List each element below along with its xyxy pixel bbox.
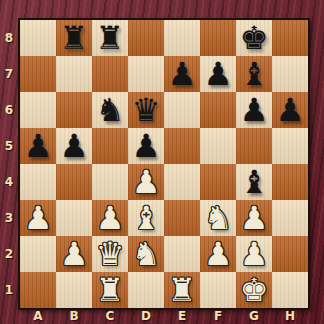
square-g6[interactable]: ♟ bbox=[236, 92, 272, 128]
square-b8[interactable]: ♜ bbox=[56, 20, 92, 56]
file-label-d: D bbox=[128, 309, 164, 323]
white-rook-c1[interactable]: ♜ bbox=[92, 272, 128, 308]
square-d6[interactable]: ♛ bbox=[128, 92, 164, 128]
black-king-g8[interactable]: ♚ bbox=[236, 20, 272, 56]
square-b4[interactable] bbox=[56, 164, 92, 200]
black-knight-c6[interactable]: ♞ bbox=[92, 92, 128, 128]
white-pawn-a3[interactable]: ♟ bbox=[20, 200, 56, 236]
square-f5[interactable] bbox=[200, 128, 236, 164]
white-bishop-d3[interactable]: ♝ bbox=[128, 200, 164, 236]
square-g1[interactable]: ♚ bbox=[236, 272, 272, 308]
square-g7[interactable]: ♝ bbox=[236, 56, 272, 92]
square-f8[interactable] bbox=[200, 20, 236, 56]
black-bishop-g4[interactable]: ♝ bbox=[236, 164, 272, 200]
file-label-f: F bbox=[200, 309, 236, 323]
square-c6[interactable]: ♞ bbox=[92, 92, 128, 128]
square-e3[interactable] bbox=[164, 200, 200, 236]
square-g2[interactable]: ♟ bbox=[236, 236, 272, 272]
black-queen-d6[interactable]: ♛ bbox=[128, 92, 164, 128]
square-a5[interactable]: ♟ bbox=[20, 128, 56, 164]
white-rook-e1[interactable]: ♜ bbox=[164, 272, 200, 308]
black-pawn-e7[interactable]: ♟ bbox=[164, 56, 200, 92]
square-d3[interactable]: ♝ bbox=[128, 200, 164, 236]
square-e4[interactable] bbox=[164, 164, 200, 200]
file-label-h: H bbox=[272, 309, 308, 323]
square-b6[interactable] bbox=[56, 92, 92, 128]
square-d5[interactable]: ♟ bbox=[128, 128, 164, 164]
square-c3[interactable]: ♟ bbox=[92, 200, 128, 236]
square-f3[interactable]: ♞ bbox=[200, 200, 236, 236]
square-b7[interactable] bbox=[56, 56, 92, 92]
square-h4[interactable] bbox=[272, 164, 308, 200]
square-e2[interactable] bbox=[164, 236, 200, 272]
white-pawn-d4[interactable]: ♟ bbox=[128, 164, 164, 200]
square-d4[interactable]: ♟ bbox=[128, 164, 164, 200]
square-e1[interactable]: ♜ bbox=[164, 272, 200, 308]
white-pawn-b2[interactable]: ♟ bbox=[56, 236, 92, 272]
square-h2[interactable] bbox=[272, 236, 308, 272]
square-d7[interactable] bbox=[128, 56, 164, 92]
square-e8[interactable] bbox=[164, 20, 200, 56]
rank-label-5: 5 bbox=[0, 128, 18, 164]
white-king-g1[interactable]: ♚ bbox=[236, 272, 272, 308]
square-a7[interactable] bbox=[20, 56, 56, 92]
square-f2[interactable]: ♟ bbox=[200, 236, 236, 272]
square-a8[interactable] bbox=[20, 20, 56, 56]
black-bishop-g7[interactable]: ♝ bbox=[236, 56, 272, 92]
white-pawn-g2[interactable]: ♟ bbox=[236, 236, 272, 272]
square-b3[interactable] bbox=[56, 200, 92, 236]
square-h3[interactable] bbox=[272, 200, 308, 236]
white-queen-c2[interactable]: ♛ bbox=[92, 236, 128, 272]
rank-label-8: 8 bbox=[0, 20, 18, 56]
rank-label-3: 3 bbox=[0, 200, 18, 236]
square-d1[interactable] bbox=[128, 272, 164, 308]
square-d8[interactable] bbox=[128, 20, 164, 56]
square-c7[interactable] bbox=[92, 56, 128, 92]
square-b5[interactable]: ♟ bbox=[56, 128, 92, 164]
square-h8[interactable] bbox=[272, 20, 308, 56]
file-label-e: E bbox=[164, 309, 200, 323]
square-f4[interactable] bbox=[200, 164, 236, 200]
square-a6[interactable] bbox=[20, 92, 56, 128]
white-pawn-g3[interactable]: ♟ bbox=[236, 200, 272, 236]
file-label-a: A bbox=[20, 309, 56, 323]
white-knight-f3[interactable]: ♞ bbox=[200, 200, 236, 236]
square-b1[interactable] bbox=[56, 272, 92, 308]
square-d2[interactable]: ♞ bbox=[128, 236, 164, 272]
square-g4[interactable]: ♝ bbox=[236, 164, 272, 200]
chess-board-frame: 87654321 ♜♜♚♟♟♝♞♛♟♟♟♟♟♟♝♟♟♝♞♟♟♛♞♟♟♜♜♚ AB… bbox=[0, 0, 324, 324]
white-knight-d2[interactable]: ♞ bbox=[128, 236, 164, 272]
square-c8[interactable]: ♜ bbox=[92, 20, 128, 56]
square-e5[interactable] bbox=[164, 128, 200, 164]
black-rook-c8[interactable]: ♜ bbox=[92, 20, 128, 56]
square-e6[interactable] bbox=[164, 92, 200, 128]
white-pawn-c3[interactable]: ♟ bbox=[92, 200, 128, 236]
chess-board: ♜♜♚♟♟♝♞♛♟♟♟♟♟♟♝♟♟♝♞♟♟♛♞♟♟♜♜♚ bbox=[18, 18, 310, 310]
square-c1[interactable]: ♜ bbox=[92, 272, 128, 308]
rank-labels: 87654321 bbox=[0, 20, 18, 308]
black-pawn-b5[interactable]: ♟ bbox=[56, 128, 92, 164]
square-a4[interactable] bbox=[20, 164, 56, 200]
square-f1[interactable] bbox=[200, 272, 236, 308]
rank-label-1: 1 bbox=[0, 272, 18, 308]
square-g3[interactable]: ♟ bbox=[236, 200, 272, 236]
square-b2[interactable]: ♟ bbox=[56, 236, 92, 272]
rank-label-4: 4 bbox=[0, 164, 18, 200]
black-pawn-f7[interactable]: ♟ bbox=[200, 56, 236, 92]
square-a2[interactable] bbox=[20, 236, 56, 272]
black-pawn-g6[interactable]: ♟ bbox=[236, 92, 272, 128]
file-label-b: B bbox=[56, 309, 92, 323]
rank-label-2: 2 bbox=[0, 236, 18, 272]
file-label-g: G bbox=[236, 309, 272, 323]
square-c5[interactable] bbox=[92, 128, 128, 164]
rank-label-7: 7 bbox=[0, 56, 18, 92]
square-c2[interactable]: ♛ bbox=[92, 236, 128, 272]
black-pawn-d5[interactable]: ♟ bbox=[128, 128, 164, 164]
black-pawn-h6[interactable]: ♟ bbox=[272, 92, 308, 128]
square-h1[interactable] bbox=[272, 272, 308, 308]
file-label-c: C bbox=[92, 309, 128, 323]
square-c4[interactable] bbox=[92, 164, 128, 200]
square-g8[interactable]: ♚ bbox=[236, 20, 272, 56]
square-g5[interactable] bbox=[236, 128, 272, 164]
file-labels: ABCDEFGH bbox=[20, 309, 308, 323]
rank-label-6: 6 bbox=[0, 92, 18, 128]
square-e7[interactable]: ♟ bbox=[164, 56, 200, 92]
square-a1[interactable] bbox=[20, 272, 56, 308]
square-a3[interactable]: ♟ bbox=[20, 200, 56, 236]
square-h5[interactable] bbox=[272, 128, 308, 164]
black-rook-b8[interactable]: ♜ bbox=[56, 20, 92, 56]
square-f6[interactable] bbox=[200, 92, 236, 128]
white-pawn-f2[interactable]: ♟ bbox=[200, 236, 236, 272]
black-pawn-a5[interactable]: ♟ bbox=[20, 128, 56, 164]
square-f7[interactable]: ♟ bbox=[200, 56, 236, 92]
square-h7[interactable] bbox=[272, 56, 308, 92]
square-h6[interactable]: ♟ bbox=[272, 92, 308, 128]
